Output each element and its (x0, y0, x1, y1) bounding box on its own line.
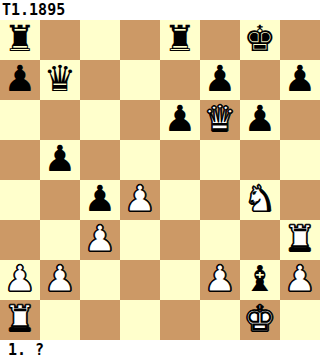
move-prompt: 1. ? (0, 340, 320, 360)
square-a5[interactable] (0, 140, 40, 180)
square-g4[interactable]: ♞ (240, 180, 280, 220)
white-pawn-piece: ♟ (284, 260, 316, 299)
square-b6[interactable] (40, 100, 80, 140)
square-f3[interactable] (200, 220, 240, 260)
square-e5[interactable] (160, 140, 200, 180)
square-b4[interactable] (40, 180, 80, 220)
square-e1[interactable] (160, 300, 200, 340)
square-h4[interactable] (280, 180, 320, 220)
square-h7[interactable]: ♟ (280, 60, 320, 100)
square-d3[interactable] (120, 220, 160, 260)
black-pawn-piece: ♟ (244, 100, 276, 139)
square-e7[interactable] (160, 60, 200, 100)
square-d8[interactable] (120, 20, 160, 60)
square-g2[interactable]: ♝ (240, 260, 280, 300)
square-c5[interactable] (80, 140, 120, 180)
white-pawn-piece: ♟ (84, 220, 116, 259)
square-d5[interactable] (120, 140, 160, 180)
square-c2[interactable] (80, 260, 120, 300)
square-h1[interactable] (280, 300, 320, 340)
square-g7[interactable] (240, 60, 280, 100)
square-f1[interactable] (200, 300, 240, 340)
square-g6[interactable]: ♟ (240, 100, 280, 140)
square-h8[interactable] (280, 20, 320, 60)
chess-board: ♜♜♚♟♛♟♟♟♛♟♟♟♟♞♟♜♟♟♟♝♟♜♚ (0, 20, 320, 340)
square-a1[interactable]: ♜ (0, 300, 40, 340)
square-h2[interactable]: ♟ (280, 260, 320, 300)
black-pawn-piece: ♟ (284, 60, 316, 99)
square-d6[interactable] (120, 100, 160, 140)
square-g5[interactable] (240, 140, 280, 180)
square-b5[interactable]: ♟ (40, 140, 80, 180)
white-pawn-piece: ♟ (4, 260, 36, 299)
square-e3[interactable] (160, 220, 200, 260)
square-d7[interactable] (120, 60, 160, 100)
square-a6[interactable] (0, 100, 40, 140)
square-d1[interactable] (120, 300, 160, 340)
black-queen-piece: ♛ (44, 60, 76, 99)
square-e8[interactable]: ♜ (160, 20, 200, 60)
square-e4[interactable] (160, 180, 200, 220)
square-g3[interactable] (240, 220, 280, 260)
square-a7[interactable]: ♟ (0, 60, 40, 100)
square-c8[interactable] (80, 20, 120, 60)
square-c6[interactable] (80, 100, 120, 140)
square-f7[interactable]: ♟ (200, 60, 240, 100)
square-b2[interactable]: ♟ (40, 260, 80, 300)
square-b3[interactable] (40, 220, 80, 260)
black-pawn-piece: ♟ (164, 100, 196, 139)
square-c3[interactable]: ♟ (80, 220, 120, 260)
square-d4[interactable]: ♟ (120, 180, 160, 220)
square-f6[interactable]: ♛ (200, 100, 240, 140)
square-a2[interactable]: ♟ (0, 260, 40, 300)
white-queen-piece: ♛ (204, 100, 236, 139)
square-f4[interactable] (200, 180, 240, 220)
square-b7[interactable]: ♛ (40, 60, 80, 100)
square-a4[interactable] (0, 180, 40, 220)
white-rook-piece: ♜ (284, 220, 316, 259)
black-rook-piece: ♜ (164, 20, 196, 59)
square-h6[interactable] (280, 100, 320, 140)
black-king-piece: ♚ (244, 20, 276, 59)
square-f2[interactable]: ♟ (200, 260, 240, 300)
square-f8[interactable] (200, 20, 240, 60)
white-knight-piece: ♞ (244, 180, 276, 219)
square-a8[interactable]: ♜ (0, 20, 40, 60)
white-rook-piece: ♜ (4, 300, 36, 339)
black-pawn-piece: ♟ (44, 140, 76, 179)
square-c4[interactable]: ♟ (80, 180, 120, 220)
square-e2[interactable] (160, 260, 200, 300)
square-f5[interactable] (200, 140, 240, 180)
white-pawn-piece: ♟ (204, 260, 236, 299)
white-king-piece: ♚ (244, 300, 276, 339)
black-pawn-piece: ♟ (84, 180, 116, 219)
square-c1[interactable] (80, 300, 120, 340)
black-bishop-piece: ♝ (244, 260, 276, 299)
square-a3[interactable] (0, 220, 40, 260)
square-b1[interactable] (40, 300, 80, 340)
chess-puzzle-app: T1.1895 ♜♜♚♟♛♟♟♟♛♟♟♟♟♞♟♜♟♟♟♝♟♜♚ 1. ? (0, 0, 320, 360)
white-pawn-piece: ♟ (124, 180, 156, 219)
square-h5[interactable] (280, 140, 320, 180)
square-e6[interactable]: ♟ (160, 100, 200, 140)
square-g1[interactable]: ♚ (240, 300, 280, 340)
square-c7[interactable] (80, 60, 120, 100)
black-pawn-piece: ♟ (4, 60, 36, 99)
black-rook-piece: ♜ (4, 20, 36, 59)
white-pawn-piece: ♟ (44, 260, 76, 299)
square-d2[interactable] (120, 260, 160, 300)
page-title: T1.1895 (0, 0, 320, 20)
square-b8[interactable] (40, 20, 80, 60)
square-h3[interactable]: ♜ (280, 220, 320, 260)
black-pawn-piece: ♟ (204, 60, 236, 99)
square-g8[interactable]: ♚ (240, 20, 280, 60)
